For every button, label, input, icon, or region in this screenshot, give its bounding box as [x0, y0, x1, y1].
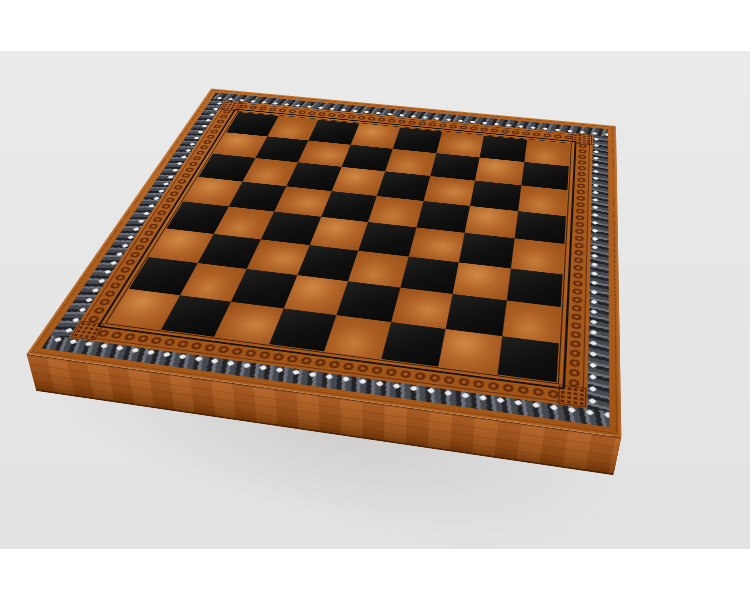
square-g2 — [446, 294, 507, 336]
square-d2 — [283, 275, 348, 315]
square-b3 — [197, 234, 261, 269]
square-e3 — [348, 250, 408, 287]
square-f5 — [416, 201, 470, 233]
square-g5 — [465, 206, 518, 239]
square-e4 — [358, 222, 416, 256]
square-d4 — [309, 217, 368, 251]
square-a2 — [129, 257, 197, 295]
square-c2 — [231, 269, 297, 308]
corner-medallion-sw — [70, 321, 104, 341]
square-c3 — [247, 239, 310, 275]
square-f3 — [400, 256, 459, 294]
corner-medallion-se — [558, 384, 587, 407]
square-d1 — [269, 308, 337, 351]
square-h2 — [502, 300, 561, 343]
square-b1 — [161, 295, 232, 337]
square-a3 — [149, 228, 214, 263]
square-g3 — [453, 262, 511, 300]
square-a1 — [108, 288, 180, 329]
square-h4 — [510, 238, 564, 274]
square-h3 — [506, 268, 562, 307]
square-d3 — [297, 245, 358, 282]
square-e1 — [324, 315, 391, 359]
square-f2 — [391, 288, 453, 329]
square-h1 — [497, 336, 559, 383]
square-g4 — [459, 233, 514, 268]
square-e2 — [337, 281, 400, 321]
square-e5 — [368, 196, 423, 228]
square-f4 — [408, 227, 464, 262]
square-h5 — [514, 211, 566, 244]
square-b2 — [180, 263, 247, 301]
square-g1 — [438, 329, 502, 375]
sawtooth-border-right — [587, 135, 609, 411]
square-f1 — [381, 322, 446, 367]
square-c1 — [214, 301, 283, 344]
